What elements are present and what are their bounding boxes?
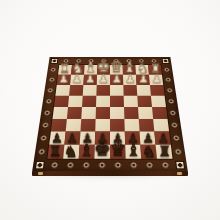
photo-background: ♜♞♝♚♛♝♞♜♟♟♟♟♟♟♟♟♟♟♟♟♟♟♟♟♜♞♝♚♛♝♞♜ <box>0 0 220 220</box>
square-r1c7[interactable]: ♟ <box>149 75 163 85</box>
ring-ornament-icon <box>172 123 178 127</box>
square-r1c1[interactable]: ♟ <box>70 75 84 85</box>
piece-black-R[interactable]: ♜ <box>49 144 62 159</box>
square-r1c4[interactable]: ♟ <box>110 75 123 85</box>
square-r4c3[interactable] <box>96 107 110 119</box>
ring-ornament-icon <box>166 78 171 82</box>
ring-ornament-icon <box>51 162 57 167</box>
square-r7c1[interactable]: ♞ <box>63 145 80 159</box>
square-r4c6[interactable] <box>138 107 153 119</box>
ring-ornament-icon <box>167 88 172 92</box>
piece-black-Q[interactable]: ♛ <box>110 141 126 159</box>
ring-ornament-icon <box>131 162 137 167</box>
square-r3c2[interactable] <box>82 96 96 107</box>
square-r7c7[interactable]: ♜ <box>156 145 173 159</box>
piece-black-N[interactable]: ♞ <box>64 143 78 159</box>
board-frame: ♜♞♝♚♛♝♞♜♟♟♟♟♟♟♟♟♟♟♟♟♟♟♟♟♜♞♝♚♛♝♞♜ <box>32 57 188 172</box>
ring-ornament-icon <box>44 111 50 115</box>
square-r1c6[interactable]: ♟ <box>136 75 150 85</box>
hinge-icon <box>38 172 43 175</box>
square-r4c1[interactable] <box>67 107 82 119</box>
piece-white-P[interactable]: ♟ <box>58 74 68 85</box>
corner-ornament-icon <box>35 161 45 169</box>
ring-ornament-icon <box>46 99 51 103</box>
board-side-edge <box>32 171 188 176</box>
piece-white-P[interactable]: ♟ <box>151 74 161 85</box>
square-r4c4[interactable] <box>110 107 124 119</box>
ring-ornament-icon <box>173 136 179 141</box>
square-r3c6[interactable] <box>137 96 152 107</box>
ring-ornament-icon <box>67 162 73 167</box>
square-r2c0[interactable] <box>55 85 70 96</box>
ring-ornament-icon <box>164 68 169 71</box>
ring-ornament-icon <box>101 59 106 62</box>
ring-ornament-icon <box>41 136 47 141</box>
piece-black-R[interactable]: ♜ <box>158 144 171 159</box>
square-r2c3[interactable] <box>96 85 110 96</box>
ring-ornament-icon <box>147 162 153 167</box>
ring-ornament-icon <box>115 162 121 167</box>
square-r4c2[interactable] <box>81 107 96 119</box>
ring-ornament-icon <box>162 162 168 167</box>
square-r2c7[interactable] <box>150 85 165 96</box>
piece-white-P[interactable]: ♟ <box>125 74 135 85</box>
square-r5c1[interactable] <box>66 119 82 132</box>
ring-ornament-icon <box>51 68 56 71</box>
square-r1c0[interactable]: ♟ <box>57 75 71 85</box>
ring-ornament-icon <box>175 149 181 154</box>
piece-white-P[interactable]: ♟ <box>85 74 95 85</box>
piece-black-B[interactable]: ♝ <box>79 142 94 159</box>
ring-ornament-icon <box>152 59 157 62</box>
ring-ornament-icon <box>43 123 49 127</box>
square-r7c6[interactable]: ♞ <box>140 145 157 159</box>
square-r3c1[interactable] <box>68 96 83 107</box>
ring-ornament-icon <box>127 59 132 62</box>
piece-white-P[interactable]: ♟ <box>138 74 148 85</box>
square-r2c4[interactable] <box>110 85 124 96</box>
square-r2c1[interactable] <box>69 85 83 96</box>
square-r1c2[interactable]: ♟ <box>83 75 97 85</box>
square-r7c5[interactable]: ♝ <box>125 145 141 159</box>
square-r7c2[interactable]: ♝ <box>79 145 95 159</box>
square-r1c5[interactable]: ♟ <box>123 75 137 85</box>
board-grid: ♜♞♝♚♛♝♞♜♟♟♟♟♟♟♟♟♟♟♟♟♟♟♟♟♜♞♝♚♛♝♞♜ <box>47 65 172 159</box>
corner-ornament-icon <box>175 161 185 169</box>
square-r3c3[interactable] <box>96 96 110 107</box>
ring-ornament-icon <box>48 88 53 92</box>
square-r5c0[interactable] <box>51 119 67 132</box>
square-r3c7[interactable] <box>151 96 166 107</box>
square-r7c0[interactable]: ♜ <box>47 145 64 159</box>
square-r4c7[interactable] <box>152 107 168 119</box>
ring-ornament-icon <box>99 162 105 167</box>
square-r3c5[interactable] <box>124 96 138 107</box>
square-r2c5[interactable] <box>123 85 137 96</box>
square-r1c3[interactable]: ♟ <box>97 75 110 85</box>
ring-ornament-icon <box>83 162 89 167</box>
square-r2c6[interactable] <box>137 85 151 96</box>
piece-white-P[interactable]: ♟ <box>112 74 122 85</box>
ring-ornament-icon <box>170 111 176 115</box>
piece-black-N[interactable]: ♞ <box>142 143 156 159</box>
piece-white-P[interactable]: ♟ <box>98 74 108 85</box>
square-r5c3[interactable] <box>95 119 110 132</box>
piece-black-B[interactable]: ♝ <box>126 142 141 159</box>
square-r5c5[interactable] <box>124 119 139 132</box>
square-r3c4[interactable] <box>110 96 124 107</box>
ring-ornament-icon <box>49 78 54 82</box>
square-r7c4[interactable]: ♛ <box>110 145 126 159</box>
square-r4c0[interactable] <box>52 107 68 119</box>
square-r5c2[interactable] <box>80 119 95 132</box>
square-r5c4[interactable] <box>110 119 125 132</box>
ring-ornament-icon <box>114 59 119 62</box>
square-r5c7[interactable] <box>153 119 169 132</box>
piece-white-P[interactable]: ♟ <box>72 74 82 85</box>
corner-ornament-icon <box>50 58 58 63</box>
ring-ornament-icon <box>139 59 144 62</box>
ring-ornament-icon <box>39 149 45 154</box>
square-r3c0[interactable] <box>54 96 69 107</box>
square-r4c5[interactable] <box>124 107 139 119</box>
board-tilt: ♜♞♝♚♛♝♞♜♟♟♟♟♟♟♟♟♟♟♟♟♟♟♟♟♜♞♝♚♛♝♞♜ <box>32 57 188 172</box>
square-r7c3[interactable]: ♚ <box>94 145 110 159</box>
corner-ornament-icon <box>162 58 170 63</box>
hinge-icon <box>177 172 182 175</box>
square-r5c6[interactable] <box>139 119 155 132</box>
ring-ornament-icon <box>168 99 173 103</box>
chess-board: ♜♞♝♚♛♝♞♜♟♟♟♟♟♟♟♟♟♟♟♟♟♟♟♟♜♞♝♚♛♝♞♜ <box>42 39 178 175</box>
piece-black-K[interactable]: ♚ <box>94 140 111 159</box>
square-r2c2[interactable] <box>83 85 97 96</box>
